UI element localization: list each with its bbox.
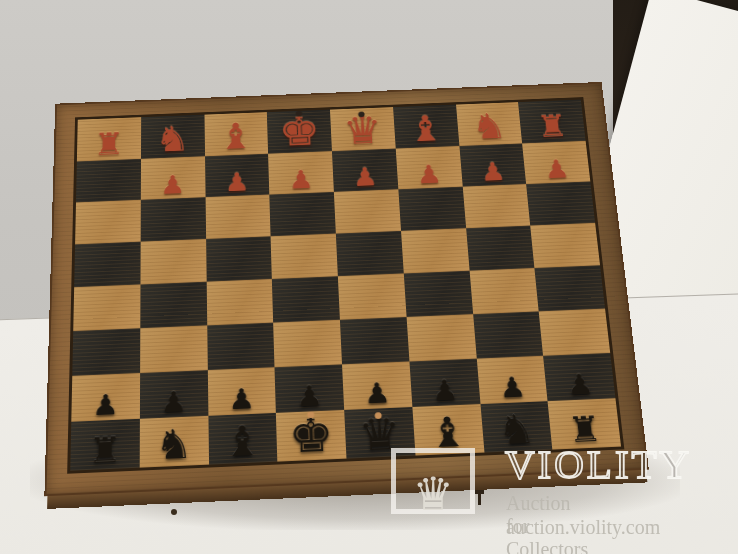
red-bishop-c1: ♝: [407, 111, 445, 148]
black-king-e8: ♚: [288, 411, 335, 462]
square-a3: [526, 181, 595, 225]
black-king-finial: [307, 411, 314, 418]
square-f4: [206, 236, 272, 281]
square-c6: [406, 314, 476, 361]
square-c3: [398, 187, 466, 231]
red-pawn-a2: ♟: [543, 156, 571, 183]
black-pawn-a7: ♟: [565, 370, 594, 400]
square-c5: [404, 271, 473, 317]
square-h3: [75, 200, 141, 245]
square-e8: ♚: [276, 410, 346, 462]
square-d4: [336, 231, 404, 276]
square-b3: [462, 184, 530, 228]
black-pawn-f7: ♟: [228, 385, 255, 415]
square-d2: ♟: [332, 149, 398, 192]
square-f2: ♟: [205, 154, 270, 197]
red-pawn-f2: ♟: [224, 169, 250, 196]
red-pawn-d2: ♟: [352, 164, 379, 191]
red-bishop-f1: ♝: [218, 118, 254, 155]
square-f8: ♝: [208, 413, 278, 465]
square-b7: ♟: [476, 356, 547, 404]
black-bishop-f8: ♝: [223, 420, 262, 464]
red-pawn-e2: ♟: [288, 167, 314, 194]
square-b1: ♞: [456, 102, 523, 146]
square-b4: [466, 226, 535, 271]
red-king-e1: ♚: [278, 110, 321, 153]
square-g5: [140, 282, 207, 329]
red-knight-g1: ♞: [155, 122, 190, 159]
square-h1: ♜: [77, 117, 141, 161]
board-frame: ♜♞♝♚♛♝♞♜♟♟♟♟♟♟♟♟♟♟♟♟♟♟♟♜♞♝♚♛♝♞♜: [44, 82, 648, 496]
square-a1: ♜: [518, 100, 585, 144]
square-a4: [530, 223, 600, 268]
square-f5: [206, 279, 273, 325]
square-b5: [469, 268, 539, 314]
square-g1: ♞: [141, 115, 205, 159]
red-rook-a1: ♜: [536, 111, 570, 143]
square-d7: ♟: [342, 361, 412, 409]
square-c7: ♟: [409, 359, 480, 407]
square-d5: [338, 273, 406, 319]
square-e2: ♟: [268, 151, 334, 194]
square-c4: [401, 228, 469, 273]
red-knight-b1: ♞: [470, 109, 508, 145]
watermark-url-text: auction.violity.com: [506, 516, 660, 539]
square-h5: [73, 284, 140, 331]
square-e7: ♟: [275, 364, 344, 413]
square-h7: ♟: [71, 373, 140, 422]
square-b2: ♟: [459, 143, 526, 186]
chess-board: ♜♞♝♚♛♝♞♜♟♟♟♟♟♟♟♟♟♟♟♟♟♟♟♜♞♝♚♛♝♞♜: [44, 82, 648, 496]
square-g8: ♞: [139, 416, 208, 468]
red-queen-ball: [358, 111, 365, 117]
watermark-crown-box: ♛: [391, 448, 475, 514]
square-e1: ♚: [267, 110, 332, 154]
black-knight-g8: ♞: [155, 424, 193, 467]
red-king-finial: [295, 111, 302, 117]
board-clasp-hook: [478, 490, 481, 505]
board-squares: ♜♞♝♚♛♝♞♜♟♟♟♟♟♟♟♟♟♟♟♟♟♟♟♜♞♝♚♛♝♞♜: [67, 97, 624, 474]
red-rook-h1: ♜: [93, 128, 124, 160]
black-pawn-c7: ♟: [431, 376, 460, 406]
watermark-brand-text: VIOLITY: [505, 440, 692, 488]
square-g7: ♟: [140, 370, 208, 419]
square-c1: ♝: [393, 105, 459, 149]
black-queen-ball: [375, 412, 382, 419]
square-d1: ♛: [330, 107, 396, 151]
square-g3: [140, 197, 205, 241]
board-clasp-pin: [171, 509, 177, 515]
black-pawn-b7: ♟: [498, 373, 527, 403]
square-f6: [207, 323, 275, 371]
square-e3: [270, 192, 336, 236]
square-e5: [272, 276, 340, 322]
auction-photo: ♜♞♝♚♛♝♞♜♟♟♟♟♟♟♟♟♟♟♟♟♟♟♟♜♞♝♚♛♝♞♜ ♛ VIOLIT…: [0, 0, 738, 554]
square-a7: ♟: [543, 353, 615, 401]
square-f7: ♟: [207, 367, 276, 416]
square-d3: [334, 189, 401, 233]
crown-icon: ♛: [412, 471, 453, 517]
square-e6: [273, 320, 342, 367]
square-g6: [140, 325, 207, 373]
black-rook-h8: ♜: [88, 432, 122, 470]
square-h8: ♜: [70, 419, 139, 471]
square-b6: [473, 311, 544, 358]
square-e4: [271, 234, 338, 279]
red-pawn-b2: ♟: [480, 159, 507, 186]
red-queen-d1: ♛: [342, 110, 383, 151]
black-pawn-h7: ♟: [92, 391, 119, 421]
red-pawn-g2: ♟: [160, 172, 185, 199]
square-g2: ♟: [141, 156, 206, 200]
square-d6: [340, 317, 409, 364]
black-pawn-g7: ♟: [160, 388, 187, 418]
red-pawn-c2: ♟: [416, 162, 443, 189]
square-h6: [72, 328, 140, 376]
square-a6: [539, 309, 610, 356]
square-f3: [205, 195, 271, 239]
square-c2: ♟: [395, 146, 462, 189]
square-f1: ♝: [204, 112, 268, 156]
square-g4: [140, 239, 206, 284]
square-a5: [535, 265, 605, 311]
square-a2: ♟: [522, 141, 590, 184]
square-h2: [76, 159, 141, 203]
black-pawn-d7: ♟: [363, 379, 391, 409]
square-h4: [74, 242, 140, 288]
